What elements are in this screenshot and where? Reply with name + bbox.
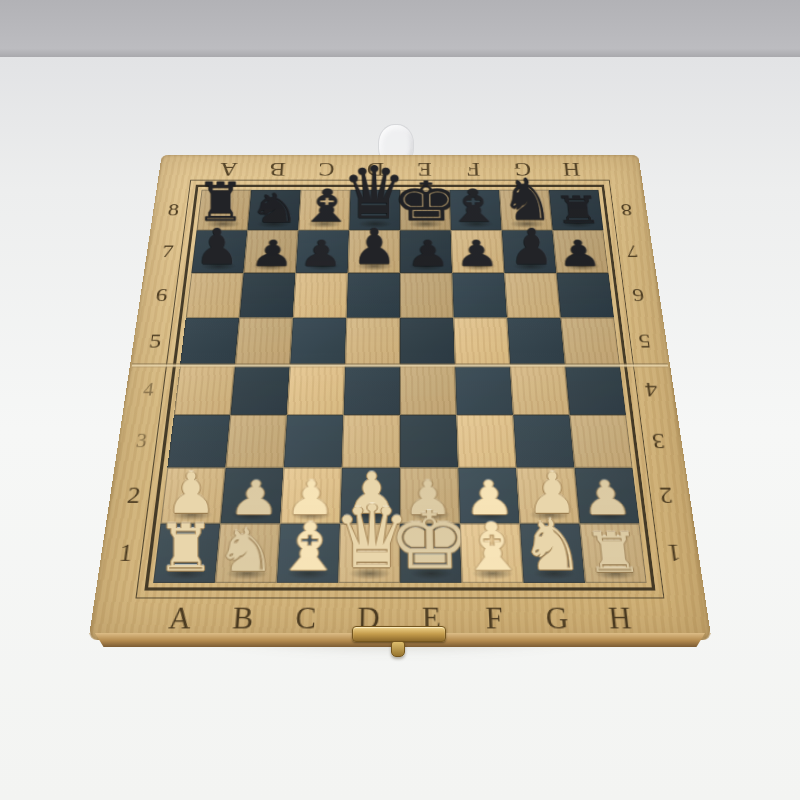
file-bottom-label: F — [462, 600, 526, 636]
rank-right-label: 4 — [630, 365, 673, 415]
square-b1: ♞ — [215, 524, 280, 583]
white-pawn: ♟ — [284, 475, 336, 522]
square-f7: ♟ — [451, 230, 504, 273]
clasp-pin — [391, 641, 405, 657]
square-d7: ♟ — [348, 230, 400, 273]
square-f6 — [452, 273, 507, 318]
file-top-label: F — [449, 158, 499, 180]
square-h4 — [565, 365, 626, 415]
square-a7: ♟ — [191, 230, 247, 273]
rank-right-label: 2 — [643, 468, 689, 524]
square-f8: ♝ — [450, 190, 502, 230]
rank-left-label: 3 — [119, 415, 164, 468]
square-d6 — [346, 273, 400, 318]
white-knight: ♞ — [520, 510, 583, 581]
black-pawn: ♟ — [352, 222, 396, 271]
square-g5 — [507, 318, 565, 365]
white-pawn: ♟ — [579, 475, 634, 522]
square-g6 — [504, 273, 560, 318]
file-bottom-label: B — [210, 600, 276, 636]
square-g1: ♞ — [520, 524, 585, 583]
file-top-label: A — [203, 158, 254, 180]
square-b4 — [230, 365, 290, 415]
rank-right-label: 8 — [607, 190, 645, 230]
rank-right-label: 6 — [618, 273, 659, 318]
square-h6 — [556, 273, 614, 318]
square-e8: ♚ — [400, 190, 451, 230]
square-e5 — [400, 318, 455, 365]
square-e7: ♟ — [400, 230, 452, 273]
square-b8: ♞ — [247, 190, 300, 230]
rank-right-label: 7 — [613, 230, 653, 273]
square-f1: ♝ — [460, 524, 524, 583]
square-d1: ♛ — [338, 524, 400, 583]
square-a5 — [180, 318, 239, 365]
black-pawn: ♟ — [195, 222, 239, 271]
rank-left-label: 2 — [110, 468, 156, 524]
black-bishop: ♝ — [444, 183, 503, 228]
file-top-label: H — [546, 158, 597, 180]
black-knight: ♞ — [247, 188, 302, 229]
white-bishop: ♝ — [456, 514, 528, 580]
rank-left-label: 5 — [134, 318, 176, 365]
file-top-label: E — [400, 158, 449, 180]
black-pawn: ♟ — [509, 222, 553, 271]
square-e3 — [400, 415, 458, 468]
square-h1: ♜ — [580, 524, 647, 583]
rank-left-label: 8 — [154, 190, 192, 230]
square-e6 — [400, 273, 454, 318]
white-pawn: ♟ — [463, 475, 515, 522]
playing-grid: ♜♞♝♛♚♝♞♜♟♟♟♟♟♟♟♟♟♟♟♟♟♟♟♟♜♞♝♛♚♝♞♜ — [153, 190, 647, 583]
file-bottom-label: G — [524, 600, 590, 636]
rank-left-label: 6 — [141, 273, 182, 318]
square-a4 — [174, 365, 235, 415]
square-c7: ♟ — [296, 230, 349, 273]
black-pawn: ♟ — [555, 236, 603, 272]
file-bottom-label: A — [147, 600, 214, 636]
square-c1: ♝ — [277, 524, 341, 583]
square-a6 — [186, 273, 244, 318]
square-e4 — [400, 365, 457, 415]
file-labels-top: ABCDEFGH — [203, 158, 597, 179]
square-f3 — [457, 415, 517, 468]
white-queen: ♛ — [332, 493, 410, 580]
square-a1: ♜ — [153, 524, 220, 583]
rank-left-label: 7 — [148, 230, 188, 273]
rank-left-label: 1 — [102, 524, 150, 583]
file-top-label: B — [252, 158, 303, 180]
square-b2: ♟ — [220, 468, 283, 524]
square-c5 — [290, 318, 346, 365]
black-pawn: ♟ — [454, 236, 499, 272]
square-g7: ♟ — [502, 230, 557, 273]
file-top-label: D — [351, 158, 400, 180]
file-top-label: G — [497, 158, 548, 180]
rank-right-label: 3 — [636, 415, 681, 468]
rank-left-label: 4 — [127, 365, 170, 415]
chess-scene: ♜♞♝♛♚♝♞♜♟♟♟♟♟♟♟♟♟♟♟♟♟♟♟♟♜♞♝♛♚♝♞♜ ABCDEFG… — [130, 95, 670, 635]
black-pawn: ♟ — [406, 236, 450, 272]
square-d5 — [345, 318, 400, 365]
black-pawn: ♟ — [298, 236, 343, 272]
square-b5 — [235, 318, 293, 365]
clasp-latch-bar — [352, 626, 446, 642]
square-c4 — [287, 365, 345, 415]
black-rook: ♜ — [552, 191, 604, 229]
file-top-label: C — [301, 158, 351, 180]
square-g4 — [510, 365, 570, 415]
rank-right-label: 5 — [624, 318, 666, 365]
white-pawn: ♟ — [227, 475, 281, 522]
square-h5 — [561, 318, 620, 365]
square-h8: ♜ — [549, 190, 604, 230]
square-f4 — [455, 365, 513, 415]
square-h2: ♟ — [574, 468, 639, 524]
square-h7: ♟ — [553, 230, 609, 273]
square-b7: ♟ — [244, 230, 299, 273]
chess-board: ♜♞♝♛♚♝♞♜♟♟♟♟♟♟♟♟♟♟♟♟♟♟♟♟♜♞♝♛♚♝♞♜ ABCDEFG… — [88, 155, 711, 640]
wall-background — [0, 0, 800, 57]
square-h3 — [570, 415, 633, 468]
square-c6 — [293, 273, 348, 318]
white-knight: ♞ — [212, 521, 279, 581]
white-rook: ♜ — [581, 525, 644, 580]
rank-right-label: 1 — [650, 524, 698, 583]
square-b6 — [239, 273, 295, 318]
square-c3 — [284, 415, 344, 468]
file-bottom-label: C — [273, 600, 337, 636]
square-f5 — [454, 318, 510, 365]
square-d4 — [343, 365, 400, 415]
square-b3 — [226, 415, 287, 468]
black-pawn: ♟ — [249, 236, 295, 272]
white-rook: ♜ — [156, 516, 214, 581]
file-bottom-label: H — [587, 600, 654, 636]
